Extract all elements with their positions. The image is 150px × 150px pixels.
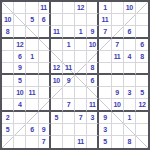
cell-r11c3[interactable]: 6 — [26, 124, 38, 136]
cell-r8c4[interactable] — [39, 87, 51, 99]
cell-r11c1[interactable]: 5 — [2, 124, 14, 136]
cell-r1c2[interactable] — [14, 2, 26, 14]
cell-r6c8[interactable]: 8 — [87, 63, 99, 75]
cell-r5c5[interactable] — [51, 51, 63, 63]
cell-r11c11[interactable] — [124, 124, 136, 136]
cell-r5c7[interactable] — [75, 51, 87, 63]
cell-r8c1[interactable] — [2, 87, 14, 99]
cell-r2c9[interactable]: 11 — [99, 14, 111, 26]
cell-r5c10[interactable]: 11 — [112, 51, 124, 63]
cell-r2c10[interactable] — [112, 14, 124, 26]
cell-r1c3[interactable] — [26, 2, 38, 14]
cell-r11c2[interactable] — [14, 124, 26, 136]
cell-r8c7[interactable] — [75, 87, 87, 99]
cell-r3c9[interactable]: 7 — [99, 26, 111, 38]
cell-r1c10[interactable] — [112, 2, 124, 14]
cell-r8c3[interactable]: 11 — [26, 87, 38, 99]
cell-r5c6[interactable] — [63, 51, 75, 63]
cell-r8c9[interactable] — [99, 87, 111, 99]
cell-r2c7[interactable] — [75, 14, 87, 26]
cell-r1c5[interactable] — [51, 2, 63, 14]
cell-r3c4[interactable] — [39, 26, 51, 38]
cell-r2c11[interactable] — [124, 14, 136, 26]
cell-r7c9[interactable] — [99, 75, 111, 87]
cell-r4c11[interactable] — [124, 39, 136, 51]
cell-r12c10[interactable] — [112, 136, 124, 148]
cell-r4c8[interactable]: 10 — [87, 39, 99, 51]
cell-r2c2[interactable] — [14, 14, 26, 26]
cell-r8c5[interactable] — [51, 87, 63, 99]
sudoku-board: 1112110105611811197612110766111489121185… — [0, 0, 150, 150]
cell-r8c12[interactable]: 5 — [136, 87, 148, 99]
cell-r5c9[interactable] — [99, 51, 111, 63]
cell-r3c12[interactable] — [136, 26, 148, 38]
cell-r4c1[interactable] — [2, 39, 14, 51]
cell-r3c11[interactable]: 6 — [124, 26, 136, 38]
cell-r8c6[interactable] — [63, 87, 75, 99]
cell-r10c7[interactable]: 7 — [75, 112, 87, 124]
cell-r11c7[interactable] — [75, 124, 87, 136]
cell-r3c2[interactable] — [14, 26, 26, 38]
cell-r6c2[interactable]: 9 — [14, 63, 26, 75]
cell-r12c4[interactable]: 7 — [39, 136, 51, 148]
cell-r10c5[interactable]: 5 — [51, 112, 63, 124]
cell-r8c2[interactable]: 10 — [14, 87, 26, 99]
cell-r12c8[interactable] — [87, 136, 99, 148]
cell-r1c12[interactable] — [136, 2, 148, 14]
cell-r4c6[interactable]: 1 — [63, 39, 75, 51]
cell-r10c3[interactable] — [26, 112, 38, 124]
cell-r4c5[interactable] — [51, 39, 63, 51]
cell-r7c5[interactable]: 10 — [51, 75, 63, 87]
cell-r6c5[interactable]: 12 — [51, 63, 63, 75]
cell-r11c12[interactable] — [136, 124, 148, 136]
cell-r5c4[interactable] — [39, 51, 51, 63]
cell-r12c5[interactable] — [51, 136, 63, 148]
cell-r7c2[interactable]: 5 — [14, 75, 26, 87]
cell-r5c3[interactable]: 1 — [26, 51, 38, 63]
cell-r2c6[interactable] — [63, 14, 75, 26]
cell-r4c2[interactable]: 12 — [14, 39, 26, 51]
sudoku-grid: 1112110105611811197612110766111489121185… — [2, 2, 148, 148]
cell-r9c9[interactable] — [99, 99, 111, 111]
cell-r6c4[interactable] — [39, 63, 51, 75]
cell-r6c12[interactable] — [136, 63, 148, 75]
cell-r9c12[interactable]: 12 — [136, 99, 148, 111]
cell-r9c2[interactable]: 4 — [14, 99, 26, 111]
cell-r1c1[interactable] — [2, 2, 14, 14]
cell-r11c4[interactable]: 9 — [39, 124, 51, 136]
cell-r6c6[interactable]: 11 — [63, 63, 75, 75]
cell-r7c7[interactable] — [75, 75, 87, 87]
cell-r3c1[interactable]: 8 — [2, 26, 14, 38]
cell-r9c3[interactable] — [26, 99, 38, 111]
cell-r6c3[interactable] — [26, 63, 38, 75]
cell-r5c12[interactable]: 8 — [136, 51, 148, 63]
cell-r3c8[interactable]: 9 — [87, 26, 99, 38]
cell-r1c6[interactable] — [63, 2, 75, 14]
cell-r9c11[interactable] — [124, 99, 136, 111]
cell-r7c8[interactable]: 6 — [87, 75, 99, 87]
cell-r12c9[interactable]: 5 — [99, 136, 111, 148]
cell-r7c10[interactable] — [112, 75, 124, 87]
cell-r2c12[interactable] — [136, 14, 148, 26]
cell-r12c6[interactable] — [63, 136, 75, 148]
cell-r12c2[interactable] — [14, 136, 26, 148]
cell-r10c9[interactable]: 9 — [99, 112, 111, 124]
cell-r11c5[interactable] — [51, 124, 63, 136]
cell-r12c1[interactable] — [2, 136, 14, 148]
cell-r12c11[interactable]: 8 — [124, 136, 136, 148]
cell-r2c1[interactable]: 10 — [2, 14, 14, 26]
cell-r12c12[interactable] — [136, 136, 148, 148]
cell-r10c12[interactable] — [136, 112, 148, 124]
cell-r8c11[interactable]: 3 — [124, 87, 136, 99]
cell-r2c8[interactable] — [87, 14, 99, 26]
cell-r8c10[interactable]: 9 — [112, 87, 124, 99]
cell-r10c4[interactable] — [39, 112, 51, 124]
cell-r9c1[interactable] — [2, 99, 14, 111]
cell-r12c3[interactable] — [26, 136, 38, 148]
cell-r6c9[interactable] — [99, 63, 111, 75]
cell-r5c2[interactable]: 6 — [14, 51, 26, 63]
cell-r4c3[interactable] — [26, 39, 38, 51]
cell-r9c8[interactable]: 11 — [87, 99, 99, 111]
cell-r3c6[interactable] — [63, 26, 75, 38]
cell-r6c11[interactable] — [124, 63, 136, 75]
cell-r6c1[interactable] — [2, 63, 14, 75]
cell-r3c7[interactable]: 1 — [75, 26, 87, 38]
cell-r10c6[interactable] — [63, 112, 75, 124]
cell-r10c8[interactable]: 3 — [87, 112, 99, 124]
cell-r4c7[interactable] — [75, 39, 87, 51]
cell-r6c10[interactable] — [112, 63, 124, 75]
cell-r4c9[interactable] — [99, 39, 111, 51]
cell-r3c10[interactable] — [112, 26, 124, 38]
cell-r4c12[interactable]: 6 — [136, 39, 148, 51]
cell-r10c2[interactable] — [14, 112, 26, 124]
cell-r8c8[interactable] — [87, 87, 99, 99]
cell-r11c8[interactable] — [87, 124, 99, 136]
cell-r12c7[interactable]: 11 — [75, 136, 87, 148]
cell-r3c5[interactable]: 11 — [51, 26, 63, 38]
cell-r7c3[interactable] — [26, 75, 38, 87]
cell-r6c7[interactable] — [75, 63, 87, 75]
cell-r5c8[interactable] — [87, 51, 99, 63]
cell-r9c6[interactable]: 7 — [63, 99, 75, 111]
cell-r5c11[interactable]: 4 — [124, 51, 136, 63]
cell-r1c7[interactable]: 12 — [75, 2, 87, 14]
cell-r7c4[interactable] — [39, 75, 51, 87]
cell-r11c6[interactable] — [63, 124, 75, 136]
cell-r9c5[interactable] — [51, 99, 63, 111]
cell-r10c1[interactable]: 2 — [2, 112, 14, 124]
cell-r2c5[interactable] — [51, 14, 63, 26]
cell-r2c4[interactable]: 6 — [39, 14, 51, 26]
cell-r1c8[interactable] — [87, 2, 99, 14]
cell-r7c11[interactable] — [124, 75, 136, 87]
cell-r7c1[interactable] — [2, 75, 14, 87]
cell-r1c4[interactable]: 11 — [39, 2, 51, 14]
cell-r10c10[interactable] — [112, 112, 124, 124]
cell-r11c9[interactable]: 3 — [99, 124, 111, 136]
cell-r4c10[interactable]: 7 — [112, 39, 124, 51]
cell-r2c3[interactable]: 5 — [26, 14, 38, 26]
cell-r7c12[interactable] — [136, 75, 148, 87]
cell-r9c10[interactable]: 10 — [112, 99, 124, 111]
cell-r5c1[interactable] — [2, 51, 14, 63]
cell-r11c10[interactable] — [112, 124, 124, 136]
cell-r1c11[interactable]: 10 — [124, 2, 136, 14]
cell-r4c4[interactable] — [39, 39, 51, 51]
cell-r9c7[interactable] — [75, 99, 87, 111]
cell-r9c4[interactable] — [39, 99, 51, 111]
cell-r3c3[interactable] — [26, 26, 38, 38]
cell-r10c11[interactable]: 1 — [124, 112, 136, 124]
cell-r7c6[interactable]: 9 — [63, 75, 75, 87]
cell-r1c9[interactable]: 1 — [99, 2, 111, 14]
